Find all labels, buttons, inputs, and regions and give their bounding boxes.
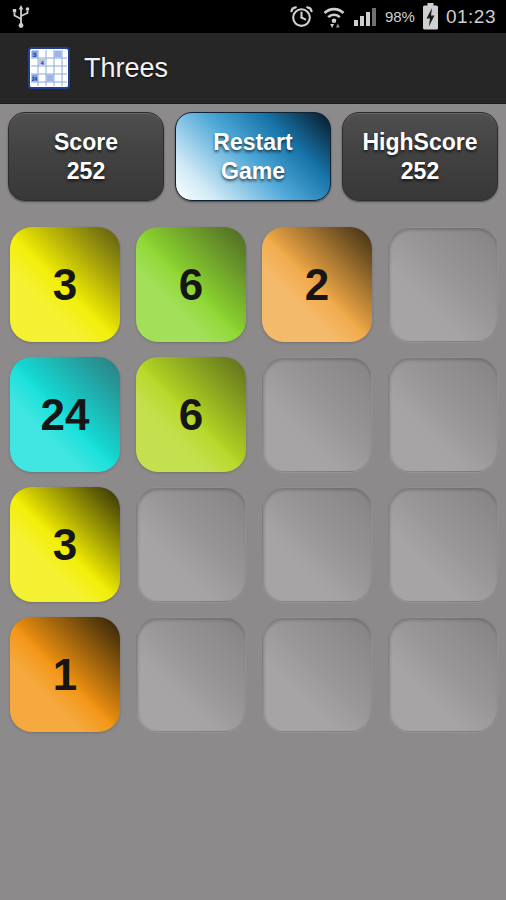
app-title: Threes — [84, 53, 168, 84]
battery-charging-icon — [422, 3, 439, 30]
tile-value: 3 — [53, 260, 77, 310]
highscore-label: HighScore — [362, 128, 477, 156]
score-value: 252 — [67, 157, 105, 185]
tile-r1c3-value-2: 2 — [262, 227, 372, 342]
empty-cell-r3c3 — [262, 487, 372, 602]
app-bar: 3 4 24 Threes — [0, 33, 506, 104]
status-bar-left — [10, 5, 32, 29]
score-label: Score — [54, 128, 118, 156]
highscore-value: 252 — [401, 157, 439, 185]
empty-cell-r4c3 — [262, 617, 372, 732]
game-board[interactable]: 36224631 — [0, 201, 506, 732]
score-button[interactable]: Score 252 — [8, 112, 164, 201]
tile-value: 24 — [41, 390, 90, 440]
signal-icon — [354, 6, 378, 27]
empty-cell-r2c4 — [388, 357, 498, 472]
tile-r3c1-value-3: 3 — [10, 487, 120, 602]
tile-r2c1-value-24: 24 — [10, 357, 120, 472]
tile-value: 2 — [305, 260, 329, 310]
wifi-icon — [321, 4, 347, 29]
status-bar-right: 98% 01:23 — [289, 3, 496, 30]
tile-r1c2-value-6: 6 — [136, 227, 246, 342]
highscore-button[interactable]: HighScore 252 — [342, 112, 498, 201]
tile-value: 6 — [179, 260, 203, 310]
tile-r1c1-value-3: 3 — [10, 227, 120, 342]
threes-app-icon: 3 4 24 — [28, 47, 70, 89]
battery-percent: 98% — [385, 8, 415, 25]
restart-label-line2: Game — [221, 157, 285, 185]
tile-value: 6 — [179, 390, 203, 440]
svg-text:24: 24 — [32, 76, 38, 82]
phone-screen: 98% 01:23 3 4 24 — [0, 0, 506, 900]
alarm-icon — [289, 4, 314, 29]
usb-icon — [10, 5, 32, 29]
clock: 01:23 — [446, 6, 496, 28]
status-bar[interactable]: 98% 01:23 — [0, 0, 506, 33]
empty-cell-r4c2 — [136, 617, 246, 732]
empty-cell-r3c4 — [388, 487, 498, 602]
controls-row: Score 252 Restart Game HighScore 252 — [0, 104, 506, 201]
tile-value: 1 — [53, 650, 77, 700]
tile-value: 3 — [53, 520, 77, 570]
restart-game-button[interactable]: Restart Game — [175, 112, 331, 201]
empty-cell-r2c3 — [262, 357, 372, 472]
empty-cell-r3c2 — [136, 487, 246, 602]
empty-cell-r4c4 — [388, 617, 498, 732]
empty-cell-r1c4 — [388, 227, 498, 342]
tile-r4c1-value-1: 1 — [10, 617, 120, 732]
tile-r2c2-value-6: 6 — [136, 357, 246, 472]
restart-label-line1: Restart — [213, 128, 292, 156]
